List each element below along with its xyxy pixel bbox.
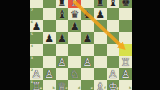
square-b7[interactable] bbox=[43, 8, 56, 20]
square-d1[interactable]: d bbox=[68, 80, 81, 90]
file-label-e: e bbox=[91, 86, 93, 90]
file-label-d: d bbox=[78, 86, 80, 90]
square-d7[interactable]: ♛ bbox=[68, 8, 81, 20]
square-g3[interactable] bbox=[107, 56, 120, 68]
square-e1[interactable]: e bbox=[81, 80, 94, 90]
square-e2[interactable] bbox=[81, 68, 94, 80]
square-d4[interactable] bbox=[68, 44, 81, 56]
square-e3[interactable]: ♙ bbox=[81, 56, 94, 68]
square-g8[interactable]: ♝ bbox=[107, 0, 120, 8]
file-label-a: a bbox=[40, 86, 42, 90]
file-label-h: h bbox=[129, 86, 131, 90]
square-a2[interactable]: 2♙ bbox=[30, 68, 43, 80]
black-pawn-e5: ♟ bbox=[81, 32, 94, 44]
black-rook-c8: ♜ bbox=[56, 0, 69, 8]
right-letterbox-bar bbox=[132, 0, 160, 90]
left-letterbox-bar bbox=[0, 0, 30, 90]
rank-label-1: 1 bbox=[31, 80, 33, 84]
square-g7[interactable] bbox=[107, 8, 120, 20]
file-label-b: b bbox=[52, 86, 54, 90]
white-bishop-d8: ♗ bbox=[68, 0, 81, 8]
square-a4[interactable]: 4 bbox=[30, 44, 43, 56]
rank-label-7: 7 bbox=[31, 8, 33, 12]
black-bishop-c7: ♝ bbox=[56, 8, 69, 20]
square-e8[interactable] bbox=[81, 0, 94, 8]
file-label-f: f bbox=[104, 86, 105, 90]
square-b3[interactable] bbox=[43, 56, 56, 68]
square-b5[interactable]: ♟ bbox=[43, 32, 56, 44]
black-pawn-c5: ♟ bbox=[56, 32, 69, 44]
black-king-h8: ♚ bbox=[119, 0, 132, 8]
black-queen-d7: ♛ bbox=[68, 8, 81, 20]
square-f1[interactable]: f♗ bbox=[94, 80, 107, 90]
square-h6[interactable] bbox=[119, 20, 132, 32]
square-b8[interactable] bbox=[43, 0, 56, 8]
chess-board[interactable]: 8♜♗♜♝♚7♝♛♞♟6♟♟5♟♟♟43♙♙♖2♙♙♘♙♙1a♖bc♕def♗g… bbox=[30, 0, 132, 90]
square-a3[interactable]: 3 bbox=[30, 56, 43, 68]
black-pawn-b5: ♟ bbox=[43, 32, 56, 44]
square-d8[interactable]: ♗ bbox=[68, 0, 81, 8]
white-pawn-h2: ♙ bbox=[119, 68, 132, 80]
square-c6[interactable] bbox=[56, 20, 69, 32]
square-f7[interactable]: ♟ bbox=[94, 8, 107, 20]
video-frame: 8♜♗♜♝♚7♝♛♞♟6♟♟5♟♟♟43♙♙♖2♙♙♘♙♙1a♖bc♕def♗g… bbox=[0, 0, 160, 90]
file-label-c: c bbox=[66, 86, 68, 90]
black-bishop-g8: ♝ bbox=[107, 0, 120, 8]
white-pawn-b2: ♙ bbox=[43, 68, 56, 80]
rank-label-2: 2 bbox=[31, 68, 33, 72]
square-g2[interactable]: ♙ bbox=[107, 68, 120, 80]
square-d3[interactable] bbox=[68, 56, 81, 68]
square-c2[interactable] bbox=[56, 68, 69, 80]
square-c8[interactable]: ♜ bbox=[56, 0, 69, 8]
file-label-g: g bbox=[116, 86, 118, 90]
square-g5[interactable] bbox=[107, 32, 120, 44]
rank-label-6: 6 bbox=[31, 20, 33, 24]
black-pawn-d6: ♟ bbox=[68, 20, 81, 32]
square-g1[interactable]: g♔ bbox=[107, 80, 120, 90]
square-a6[interactable]: 6♟ bbox=[30, 20, 43, 32]
square-e6[interactable] bbox=[81, 20, 94, 32]
square-f4[interactable] bbox=[94, 44, 107, 56]
square-d5[interactable] bbox=[68, 32, 81, 44]
square-h2[interactable]: ♙ bbox=[119, 68, 132, 80]
square-b6[interactable] bbox=[43, 20, 56, 32]
square-c7[interactable]: ♝ bbox=[56, 8, 69, 20]
square-e7[interactable]: ♞ bbox=[81, 8, 94, 20]
square-c5[interactable]: ♟ bbox=[56, 32, 69, 44]
rank-label-4: 4 bbox=[31, 44, 33, 48]
square-h3[interactable]: ♖ bbox=[119, 56, 132, 68]
rank-label-3: 3 bbox=[31, 56, 33, 60]
square-c1[interactable]: c♕ bbox=[56, 80, 69, 90]
square-c3[interactable]: ♙ bbox=[56, 56, 69, 68]
square-f6[interactable] bbox=[94, 20, 107, 32]
square-f2[interactable] bbox=[94, 68, 107, 80]
black-rook-f8: ♜ bbox=[94, 0, 107, 8]
square-f3[interactable] bbox=[94, 56, 107, 68]
square-c4[interactable] bbox=[56, 44, 69, 56]
square-a7[interactable]: 7 bbox=[30, 8, 43, 20]
square-h7[interactable] bbox=[119, 8, 132, 20]
square-a5[interactable]: 5 bbox=[30, 32, 43, 44]
square-b1[interactable]: b bbox=[43, 80, 56, 90]
square-a1[interactable]: 1a♖ bbox=[30, 80, 43, 90]
rank-label-5: 5 bbox=[31, 32, 33, 36]
square-h1[interactable]: h bbox=[119, 80, 132, 90]
white-knight-d2: ♘ bbox=[68, 68, 81, 80]
square-e4[interactable] bbox=[81, 44, 94, 56]
square-d2[interactable]: ♘ bbox=[68, 68, 81, 80]
square-d6[interactable]: ♟ bbox=[68, 20, 81, 32]
square-f8[interactable]: ♜ bbox=[94, 0, 107, 8]
square-g6[interactable] bbox=[107, 20, 120, 32]
square-b4[interactable] bbox=[43, 44, 56, 56]
square-h5[interactable] bbox=[119, 32, 132, 44]
square-h8[interactable]: ♚ bbox=[119, 0, 132, 8]
square-e5[interactable]: ♟ bbox=[81, 32, 94, 44]
white-rook-h3: ♖ bbox=[119, 56, 132, 68]
white-pawn-c3: ♙ bbox=[56, 56, 69, 68]
black-pawn-f7: ♟ bbox=[94, 8, 107, 20]
black-knight-e7: ♞ bbox=[81, 8, 94, 20]
white-pawn-e3: ♙ bbox=[81, 56, 94, 68]
square-g4[interactable] bbox=[107, 44, 120, 56]
square-b2[interactable]: ♙ bbox=[43, 68, 56, 80]
square-h4[interactable] bbox=[119, 44, 132, 56]
square-f5[interactable] bbox=[94, 32, 107, 44]
white-pawn-g2: ♙ bbox=[107, 68, 120, 80]
